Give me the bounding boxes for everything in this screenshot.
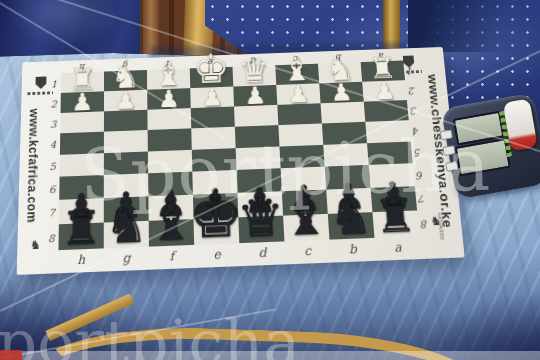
square-f7: ♟: [148, 195, 193, 221]
square-a3: [364, 100, 409, 122]
square-g6: [104, 173, 149, 198]
square-a7: ♟: [371, 186, 418, 212]
square-g1: ♞: [104, 70, 147, 91]
square-b2: ♟: [319, 82, 363, 104]
square-f1: ♝: [147, 68, 190, 89]
file-label-top-h: h: [80, 62, 86, 72]
chess-board-grid: ♜♞♝♚♛♝♞♜♟♟♟♟♟♟♟♟♟♟♟♟♟♟♟♟♜♞♝♚♛♝♞♜: [58, 61, 419, 251]
white-p-piece-b2: ♟: [330, 80, 354, 105]
white-p-piece-a2: ♟: [373, 79, 397, 104]
square-c7: ♟: [282, 190, 328, 216]
white-p-piece-c2: ♟: [287, 82, 310, 107]
square-h4: [60, 132, 104, 155]
rank-label-right-5: 5: [414, 147, 421, 158]
white-p-piece-e2: ♟: [201, 85, 224, 110]
file-label-top-f: f: [167, 59, 170, 68]
chess-board-mat: ♜♞♝♚♛♝♞♜♟♟♟♟♟♟♟♟♟♟♟♟♟♟♟♟♜♞♝♚♛♝♞♜ ♞ ♞ KAS…: [17, 47, 465, 275]
white-k-piece-e1: ♚: [192, 49, 230, 90]
square-a2: ♟: [362, 80, 407, 102]
rank-label-right-1: 1: [406, 65, 413, 76]
square-c8: ♝: [283, 214, 329, 241]
rank-label-right-4: 4: [412, 125, 419, 136]
square-g4: [104, 130, 148, 153]
square-b3: [321, 102, 366, 124]
square-c6: [281, 167, 327, 192]
square-e4: [191, 127, 235, 150]
square-b7: ♟: [326, 188, 372, 214]
square-d8: ♛: [238, 216, 284, 244]
rank-label-right-3: 3: [410, 104, 417, 115]
square-g3: [104, 110, 148, 132]
square-d3: [234, 105, 278, 127]
square-d4: [235, 125, 280, 148]
digital-chess-clock: [441, 93, 540, 200]
square-g8: ♞: [104, 221, 149, 249]
file-label-bottom-f: f: [169, 249, 174, 264]
square-e6: [192, 170, 237, 195]
square-f4: [148, 128, 192, 151]
file-label-bottom-c: c: [304, 243, 312, 258]
square-f6: [148, 172, 193, 197]
square-e1: ♚: [190, 67, 234, 88]
file-label-bottom-h: h: [77, 252, 85, 267]
crest-text-marks: [27, 91, 53, 95]
square-b6: [325, 165, 371, 190]
square-d5: [236, 147, 281, 170]
square-h6: [59, 175, 104, 200]
square-h5: [60, 153, 104, 176]
rank-label-right-8: 8: [421, 217, 429, 229]
file-label-top-d: d: [251, 56, 257, 66]
square-e2: ♟: [190, 87, 234, 109]
rank-label-left-7: 7: [49, 207, 56, 218]
federation-crest-logo-top-left: [35, 76, 46, 89]
watermark-footer-red-mark: [0, 350, 22, 360]
square-h3: [60, 111, 104, 133]
file-label-bottom-e: e: [213, 247, 221, 262]
file-label-top-a: a: [378, 51, 384, 60]
square-e5: [192, 148, 237, 171]
rank-label-right-7: 7: [418, 192, 425, 203]
square-g5: [104, 152, 148, 175]
square-c1: ♝: [275, 64, 319, 85]
rank-label-left-2: 2: [51, 98, 57, 109]
white-p-piece-d2: ♟: [244, 83, 267, 108]
file-label-bottom-d: d: [258, 245, 267, 260]
rank-label-left-1: 1: [51, 78, 57, 89]
square-g2: ♟: [104, 90, 147, 112]
white-p-piece-h2: ♟: [71, 90, 93, 115]
rank-label-left-8: 8: [48, 232, 55, 244]
square-f3: [147, 108, 191, 130]
rank-label-left-4: 4: [50, 139, 57, 150]
square-e3: [191, 107, 235, 129]
rank-label-right-2: 2: [408, 85, 415, 96]
square-d7: ♟: [237, 191, 283, 217]
square-d1: ♛: [233, 65, 277, 86]
file-label-top-g: g: [123, 60, 129, 70]
file-label-bottom-g: g: [122, 251, 130, 266]
square-h7: ♟: [59, 198, 104, 224]
square-a6: [369, 163, 415, 188]
left-edge-url: www.kcfafrica.com: [24, 108, 41, 223]
square-h2: ♟: [61, 91, 104, 113]
square-c3: [277, 103, 322, 125]
white-p-piece-f2: ♟: [158, 87, 180, 112]
rank-label-right-6: 6: [416, 169, 423, 180]
rank-label-left-3: 3: [50, 118, 57, 129]
square-a8: ♜: [372, 210, 419, 237]
square-a4: [365, 120, 410, 143]
square-b4: [322, 122, 367, 145]
square-c4: [278, 123, 323, 146]
white-p-piece-g2: ♟: [115, 88, 137, 113]
file-label-top-e: e: [208, 57, 213, 66]
square-b8: ♞: [328, 212, 375, 239]
square-f5: [148, 150, 192, 173]
rank-label-left-5: 5: [49, 160, 56, 171]
square-a5: [367, 142, 413, 165]
square-h1: ♜: [61, 72, 104, 93]
file-label-top-c: c: [294, 54, 299, 63]
square-c2: ♟: [276, 83, 320, 105]
file-label-bottom-a: a: [394, 240, 403, 255]
file-label-bottom-b: b: [348, 242, 357, 257]
square-e8: ♚: [194, 217, 240, 245]
square-h8: ♜: [58, 223, 103, 251]
square-c5: [279, 145, 324, 168]
watermark-footer-bar: [0, 351, 540, 360]
square-g7: ♟: [104, 196, 149, 222]
square-d2: ♟: [233, 85, 277, 107]
square-d6: [236, 168, 281, 193]
file-label-top-b: b: [336, 53, 342, 62]
rank-label-left-6: 6: [49, 183, 56, 194]
square-b1: ♞: [318, 62, 362, 83]
square-f8: ♝: [149, 219, 194, 247]
square-f2: ♟: [147, 88, 191, 110]
square-e7: ♟: [193, 193, 238, 219]
knight-logo-bottom-left: ♞: [30, 238, 41, 251]
square-b5: [323, 143, 368, 166]
